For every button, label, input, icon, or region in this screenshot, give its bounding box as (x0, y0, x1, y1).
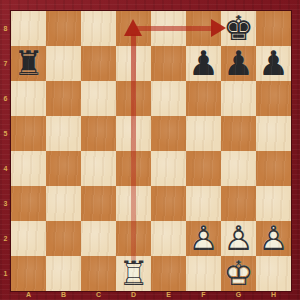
square-a8[interactable] (11, 11, 46, 46)
square-e8[interactable] (151, 11, 186, 46)
square-f3[interactable] (186, 186, 221, 221)
square-e3[interactable] (151, 186, 186, 221)
piece-white-pawn-g2[interactable]: ♟♙ (221, 221, 256, 256)
square-c1[interactable] (81, 256, 116, 291)
square-h6[interactable] (256, 81, 291, 116)
white-pawn-outline: ♙ (188, 221, 218, 256)
square-d7[interactable] (116, 46, 151, 81)
piece-black-king-g8[interactable]: ♚ (221, 11, 256, 46)
square-g2[interactable]: ♟♙ (221, 221, 256, 256)
square-g8[interactable]: ♚ (221, 11, 256, 46)
square-e1[interactable] (151, 256, 186, 291)
white-rook-fill: ♜ (118, 256, 148, 291)
square-f5[interactable] (186, 116, 221, 151)
white-king-outline: ♔ (223, 256, 253, 291)
piece-white-pawn-f2[interactable]: ♟♙ (186, 221, 221, 256)
white-pawn-fill: ♟ (223, 221, 253, 256)
square-h3[interactable] (256, 186, 291, 221)
white-pawn-outline: ♙ (223, 221, 253, 256)
square-e7[interactable] (151, 46, 186, 81)
white-pawn-fill: ♟ (258, 221, 288, 256)
black-pawn-glyph: ♟ (188, 46, 218, 81)
rank-label-2: 2 (0, 221, 11, 256)
square-e5[interactable] (151, 116, 186, 151)
square-a5[interactable] (11, 116, 46, 151)
square-g6[interactable] (221, 81, 256, 116)
white-pawn-fill: ♟ (188, 221, 218, 256)
square-g7[interactable]: ♟ (221, 46, 256, 81)
rank-label-5: 5 (0, 116, 11, 151)
square-f7[interactable]: ♟ (186, 46, 221, 81)
square-a7[interactable]: ♜ (11, 46, 46, 81)
square-c7[interactable] (81, 46, 116, 81)
square-c6[interactable] (81, 81, 116, 116)
square-g3[interactable] (221, 186, 256, 221)
square-h1[interactable] (256, 256, 291, 291)
black-pawn-glyph: ♟ (223, 46, 253, 81)
white-rook-outline: ♖ (118, 256, 148, 291)
square-b4[interactable] (46, 151, 81, 186)
square-d2[interactable] (116, 221, 151, 256)
square-b1[interactable] (46, 256, 81, 291)
square-h8[interactable] (256, 11, 291, 46)
square-f8[interactable] (186, 11, 221, 46)
square-a6[interactable] (11, 81, 46, 116)
square-d4[interactable] (116, 151, 151, 186)
square-c5[interactable] (81, 116, 116, 151)
square-c2[interactable] (81, 221, 116, 256)
piece-black-pawn-f7[interactable]: ♟ (186, 46, 221, 81)
square-e6[interactable] (151, 81, 186, 116)
rank-label-1: 1 (0, 256, 11, 291)
black-king-glyph: ♚ (223, 11, 253, 46)
piece-white-pawn-h2[interactable]: ♟♙ (256, 221, 291, 256)
square-a4[interactable] (11, 151, 46, 186)
square-f1[interactable] (186, 256, 221, 291)
square-a3[interactable] (11, 186, 46, 221)
square-f2[interactable]: ♟♙ (186, 221, 221, 256)
white-king-fill: ♚ (223, 256, 253, 291)
chess-board-frame: ♚♜♟♟♟♟♙♟♙♟♙♜♖♚♔ 87654321ABCDEFGH (0, 0, 300, 300)
square-d3[interactable] (116, 186, 151, 221)
square-f6[interactable] (186, 81, 221, 116)
rank-label-7: 7 (0, 46, 11, 81)
piece-white-rook-d1[interactable]: ♜♖ (116, 256, 151, 291)
square-b2[interactable] (46, 221, 81, 256)
square-g1[interactable]: ♚♔ (221, 256, 256, 291)
piece-black-pawn-g7[interactable]: ♟ (221, 46, 256, 81)
piece-black-rook-a7[interactable]: ♜ (11, 46, 46, 81)
square-h7[interactable]: ♟ (256, 46, 291, 81)
square-a1[interactable] (11, 256, 46, 291)
square-c3[interactable] (81, 186, 116, 221)
square-e4[interactable] (151, 151, 186, 186)
square-h2[interactable]: ♟♙ (256, 221, 291, 256)
square-d5[interactable] (116, 116, 151, 151)
white-pawn-outline: ♙ (258, 221, 288, 256)
square-h4[interactable] (256, 151, 291, 186)
square-b3[interactable] (46, 186, 81, 221)
square-f4[interactable] (186, 151, 221, 186)
square-g4[interactable] (221, 151, 256, 186)
square-b8[interactable] (46, 11, 81, 46)
square-b5[interactable] (46, 116, 81, 151)
black-pawn-glyph: ♟ (258, 46, 288, 81)
square-g5[interactable] (221, 116, 256, 151)
piece-black-pawn-h7[interactable]: ♟ (256, 46, 291, 81)
piece-white-king-g1[interactable]: ♚♔ (221, 256, 256, 291)
square-c8[interactable] (81, 11, 116, 46)
square-b6[interactable] (46, 81, 81, 116)
rank-label-8: 8 (0, 11, 11, 46)
black-rook-glyph: ♜ (13, 46, 43, 81)
square-a2[interactable] (11, 221, 46, 256)
square-c4[interactable] (81, 151, 116, 186)
rank-label-6: 6 (0, 81, 11, 116)
rank-label-4: 4 (0, 151, 11, 186)
square-b7[interactable] (46, 46, 81, 81)
rank-label-3: 3 (0, 186, 11, 221)
square-d8[interactable] (116, 11, 151, 46)
square-h5[interactable] (256, 116, 291, 151)
square-d6[interactable] (116, 81, 151, 116)
chess-board: ♚♜♟♟♟♟♙♟♙♟♙♜♖♚♔ (11, 11, 291, 291)
square-e2[interactable] (151, 221, 186, 256)
square-d1[interactable]: ♜♖ (116, 256, 151, 291)
